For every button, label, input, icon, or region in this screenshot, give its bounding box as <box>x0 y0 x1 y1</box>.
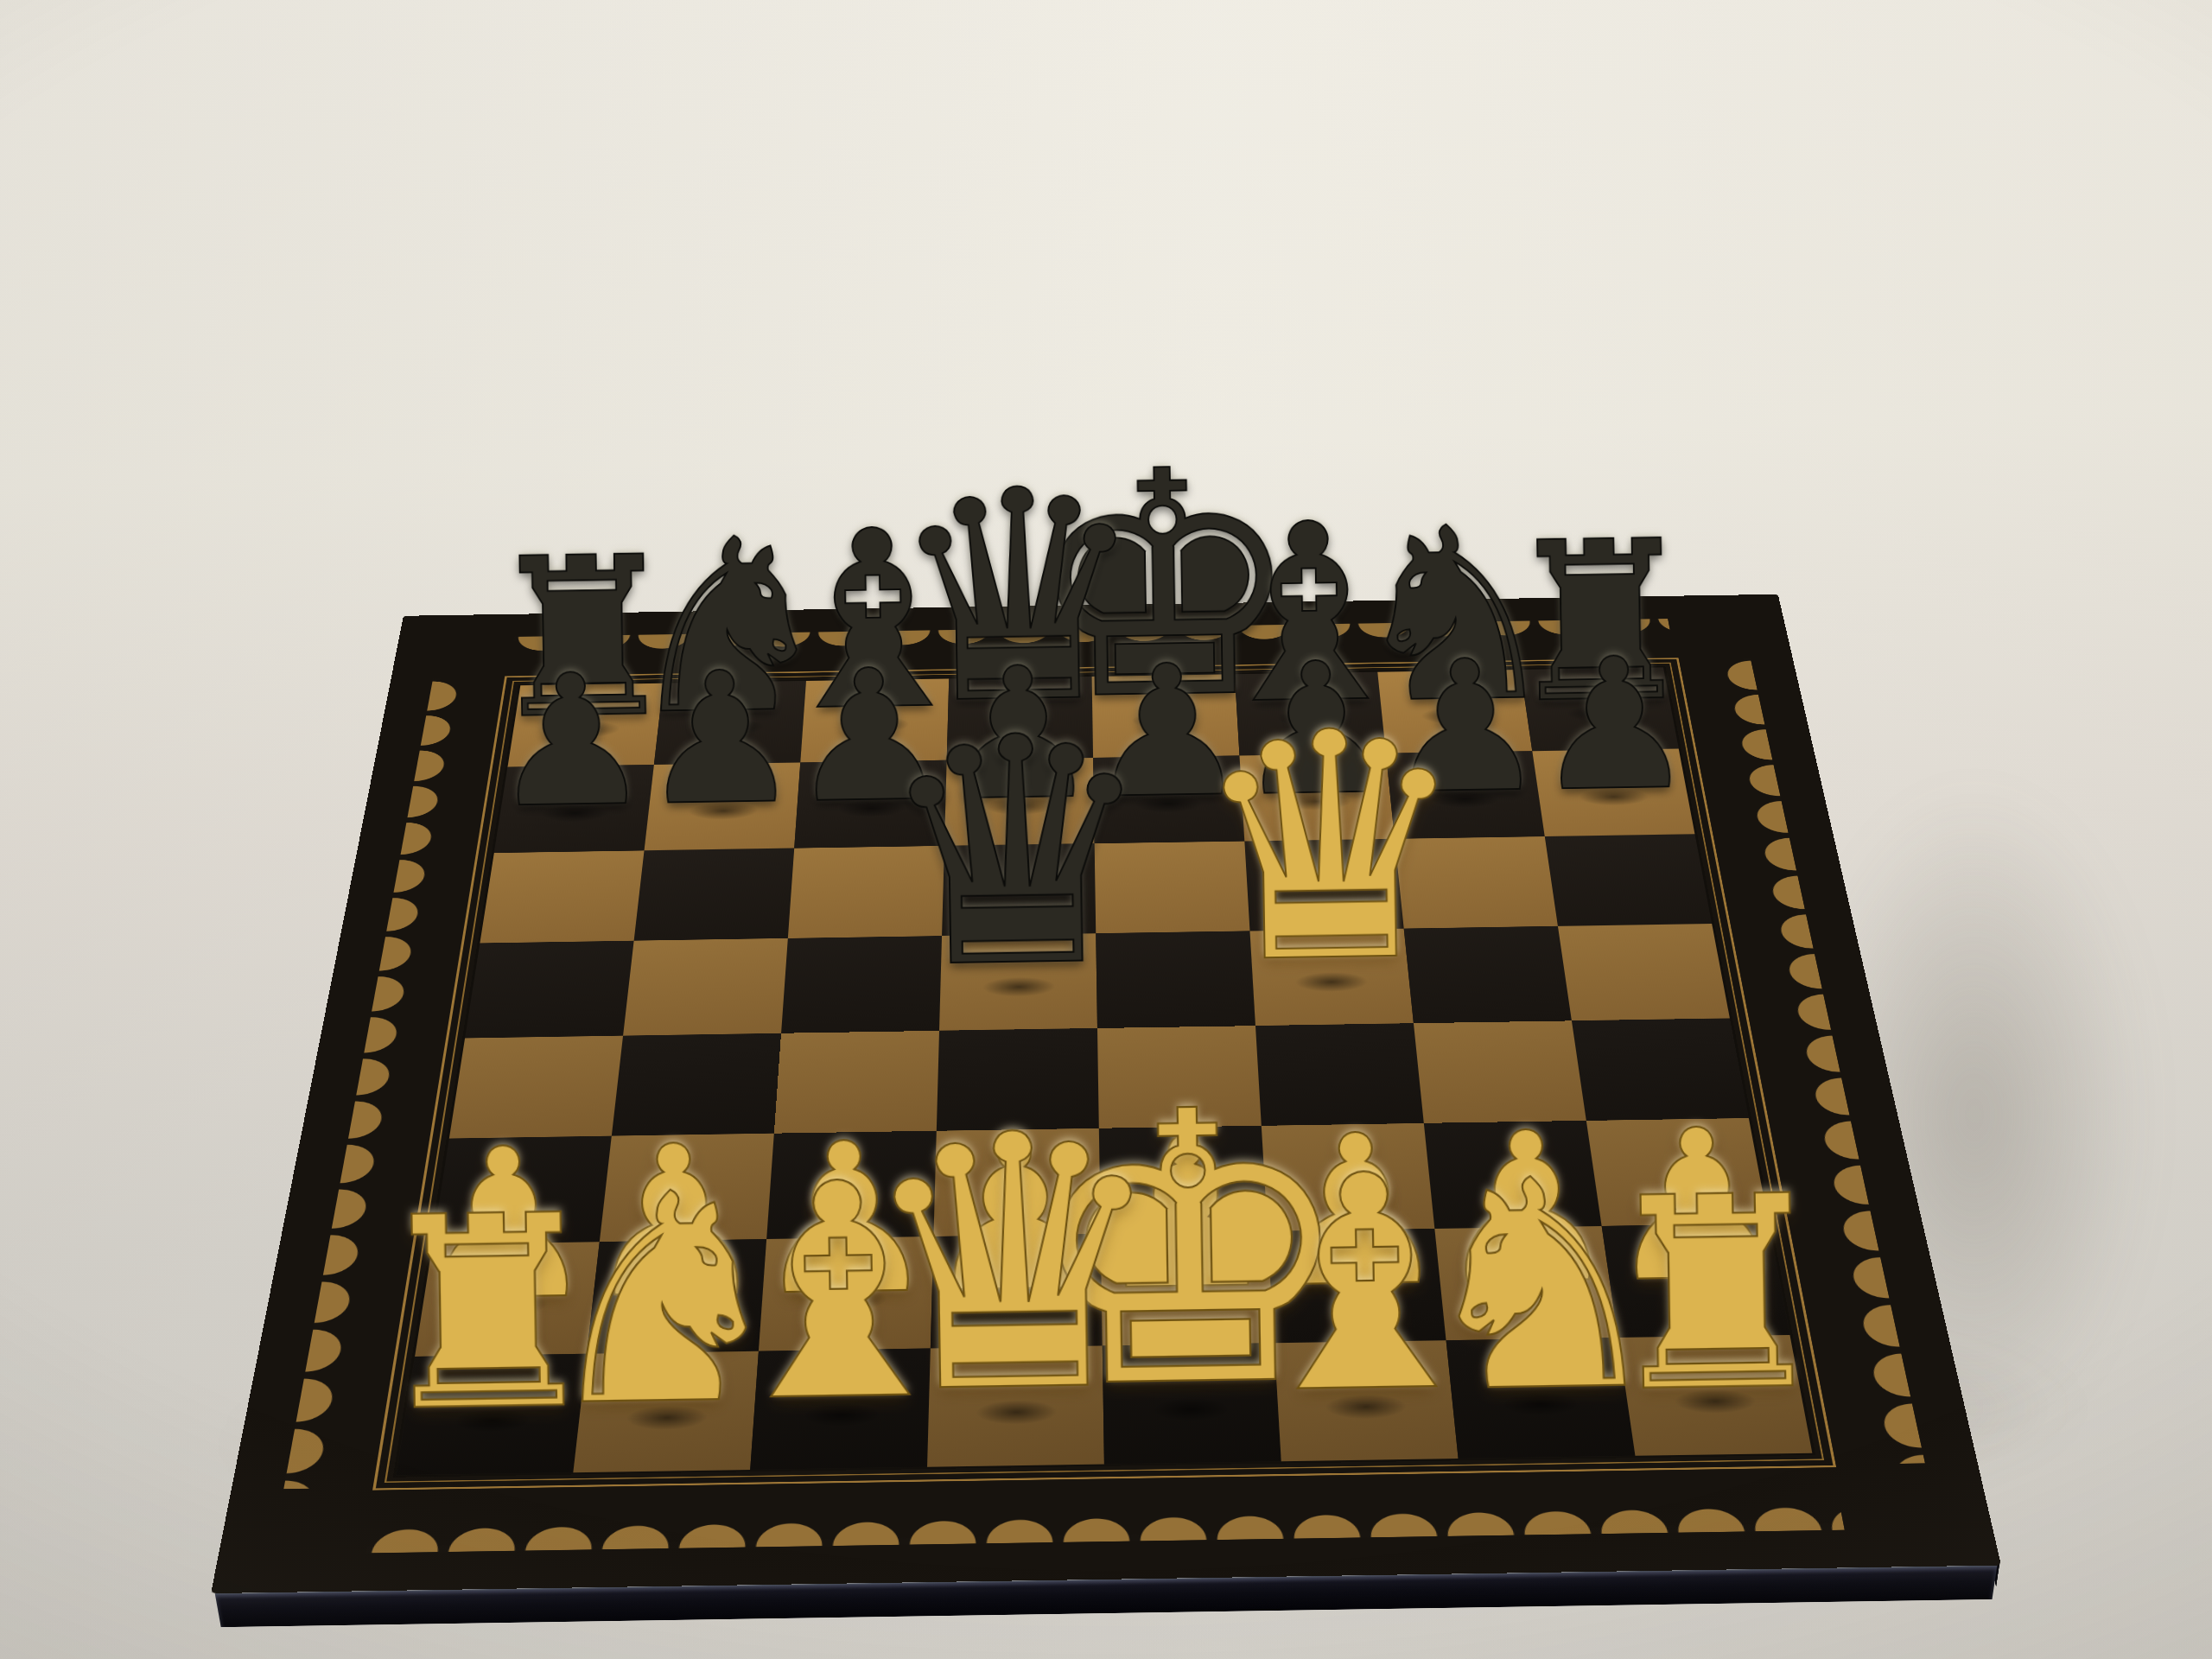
piece-black-queen-d5: ♛ <box>874 702 1159 1004</box>
piece-brass-rook-h1: ♜ <box>1595 1167 1836 1422</box>
square-h7: ♟ <box>1532 748 1694 836</box>
piece-brass-rook-a1: ♜ <box>366 1186 607 1441</box>
piece-brass-queen-f5: ♛ <box>1187 698 1472 1000</box>
square-h6 <box>1545 834 1712 926</box>
piece-black-pawn-h7: ♟ <box>1532 638 1697 812</box>
square-f5: ♛ <box>1249 929 1413 1026</box>
square-b7: ♟ <box>645 762 801 850</box>
square-d1: ♛ <box>927 1345 1104 1466</box>
piece-black-pawn-a7: ♟ <box>489 654 654 829</box>
square-b6 <box>634 849 795 941</box>
piece-brass-queen-d1: ♛ <box>854 1096 1173 1434</box>
square-d5: ♛ <box>939 933 1097 1031</box>
board-grid: ♜♞♝♛♚♝♞♜♟♟♟♟♟♟♟♟♛♛♟♟♟♟♟♟♟♟♜♞♝♛♚♝♞♜ <box>396 667 1812 1475</box>
board-near-edge <box>215 1566 1998 1628</box>
square-b5 <box>623 938 788 1036</box>
square-h5 <box>1558 924 1730 1020</box>
chess-board: ♜♞♝♛♚♝♞♜♟♟♟♟♟♟♟♟♛♛♟♟♟♟♟♟♟♟♜♞♝♛♚♝♞♜ <box>308 238 1887 1659</box>
board-surface: ♜♞♝♛♚♝♞♜♟♟♟♟♟♟♟♟♛♛♟♟♟♟♟♟♟♟♜♞♝♛♚♝♞♜ <box>211 594 2001 1593</box>
square-a7: ♟ <box>494 765 654 853</box>
square-a5 <box>465 941 634 1039</box>
square-a1: ♜ <box>396 1354 587 1476</box>
square-a6 <box>480 850 644 943</box>
piece-black-pawn-b7: ♟ <box>638 652 803 826</box>
square-h1: ♜ <box>1618 1335 1813 1456</box>
scallop-border-bottom <box>366 1466 1845 1554</box>
